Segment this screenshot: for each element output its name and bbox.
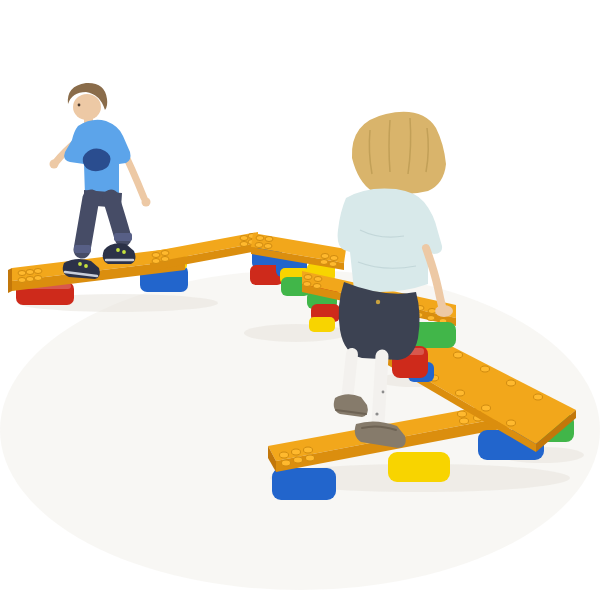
- boy-jeans-cuff: [74, 245, 91, 253]
- product-photo: [0, 0, 600, 600]
- boy-jeans-cuff: [114, 233, 132, 241]
- block-yellow: [309, 317, 335, 332]
- boy-figure: [50, 83, 151, 279]
- boy-eye: [78, 104, 81, 107]
- girl-skirt-button: [376, 300, 380, 304]
- girl-leg-back: [347, 354, 352, 400]
- tights-dot: [382, 391, 385, 394]
- support-block-yellow-2: [388, 452, 450, 482]
- scene-illustration: [0, 0, 600, 600]
- support-block-blue-2: [272, 468, 336, 500]
- girl-leg-front: [378, 356, 382, 424]
- girl-shirt: [338, 188, 443, 292]
- girl-hair: [352, 112, 446, 194]
- boy-face: [73, 94, 101, 120]
- tights-dot: [375, 412, 378, 415]
- balance-beam-2: [150, 232, 258, 271]
- girl-hand: [435, 305, 453, 317]
